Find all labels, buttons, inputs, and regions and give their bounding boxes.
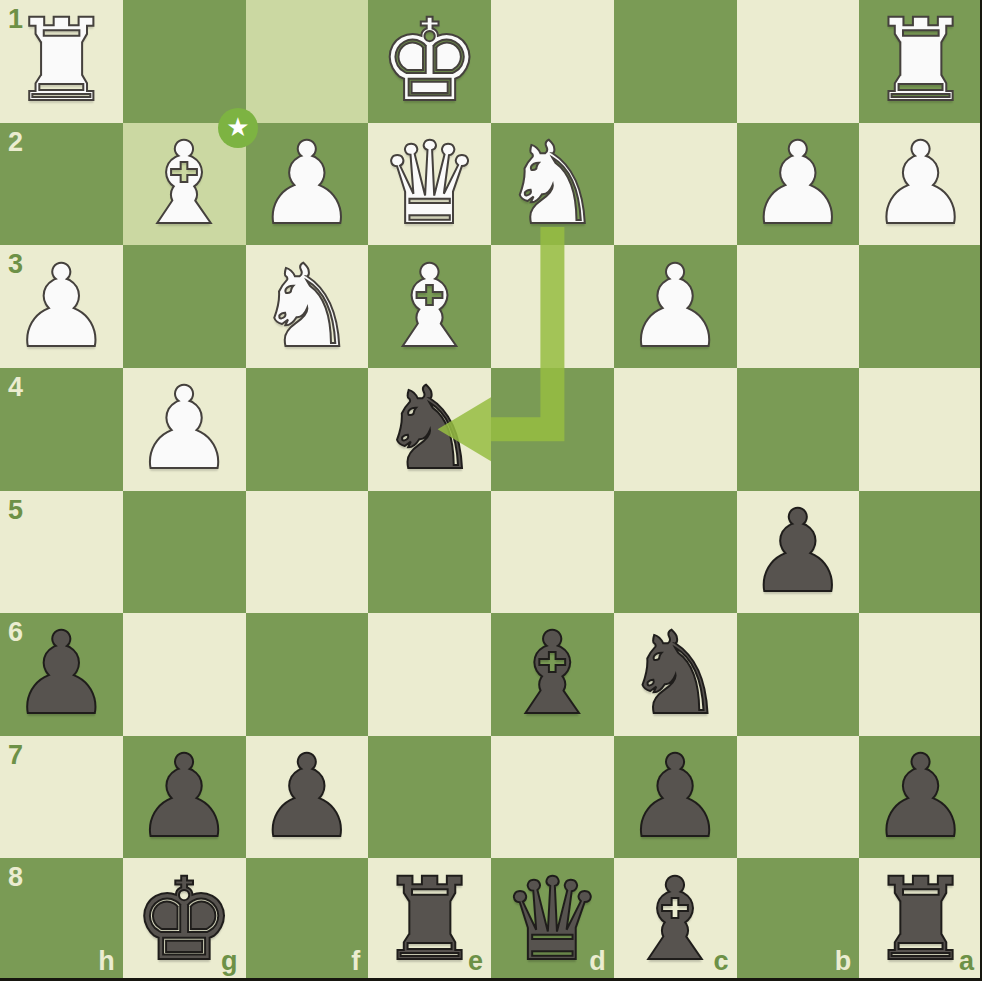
piece-black-bishop[interactable]: ♝: [624, 863, 726, 977]
coord-file-d: d: [589, 948, 606, 975]
square-e1[interactable]: ♚: [368, 0, 491, 123]
square-b8[interactable]: b: [737, 858, 860, 981]
square-c6[interactable]: ♞: [614, 613, 737, 736]
square-c4[interactable]: [614, 368, 737, 491]
square-h2[interactable]: 2: [0, 123, 123, 246]
piece-black-pawn[interactable]: ♟: [870, 740, 972, 854]
square-b5[interactable]: ♟: [737, 491, 860, 614]
square-d1[interactable]: [491, 0, 614, 123]
piece-black-knight[interactable]: ♞: [624, 617, 726, 731]
square-e4[interactable]: ♞: [368, 368, 491, 491]
square-c5[interactable]: [614, 491, 737, 614]
piece-black-pawn[interactable]: ♟: [747, 495, 849, 609]
square-d8[interactable]: d♛: [491, 858, 614, 981]
square-g4[interactable]: ♟: [123, 368, 246, 491]
square-a2[interactable]: ♟: [859, 123, 982, 246]
square-a8[interactable]: a♜: [859, 858, 982, 981]
coord-rank-1: 1: [8, 6, 23, 33]
coord-rank-6: 6: [8, 619, 23, 646]
square-h5[interactable]: 5: [0, 491, 123, 614]
piece-white-rook[interactable]: ♜: [10, 4, 112, 118]
piece-white-pawn[interactable]: ♟: [256, 127, 358, 241]
piece-black-rook[interactable]: ♜: [379, 863, 481, 977]
piece-black-pawn[interactable]: ♟: [10, 617, 112, 731]
square-g5[interactable]: [123, 491, 246, 614]
piece-white-pawn[interactable]: ♟: [133, 372, 235, 486]
piece-black-pawn[interactable]: ♟: [256, 740, 358, 854]
coord-rank-8: 8: [8, 864, 23, 891]
square-f8[interactable]: f: [246, 858, 369, 981]
square-e2[interactable]: ♛: [368, 123, 491, 246]
square-g3[interactable]: [123, 245, 246, 368]
square-c3[interactable]: ♟: [614, 245, 737, 368]
square-d5[interactable]: [491, 491, 614, 614]
piece-white-bishop[interactable]: ♝: [133, 127, 235, 241]
piece-black-queen[interactable]: ♛: [501, 863, 603, 977]
piece-black-knight[interactable]: ♞: [379, 372, 481, 486]
coord-rank-4: 4: [8, 374, 23, 401]
square-h4[interactable]: 4: [0, 368, 123, 491]
square-h3[interactable]: 3♟: [0, 245, 123, 368]
square-b4[interactable]: [737, 368, 860, 491]
square-a7[interactable]: ♟: [859, 736, 982, 859]
square-h6[interactable]: 6♟: [0, 613, 123, 736]
square-e5[interactable]: [368, 491, 491, 614]
coord-rank-3: 3: [8, 251, 23, 278]
square-f1[interactable]: [246, 0, 369, 123]
square-a6[interactable]: [859, 613, 982, 736]
coord-file-f: f: [351, 948, 360, 975]
piece-white-pawn[interactable]: ♟: [624, 250, 726, 364]
square-b6[interactable]: [737, 613, 860, 736]
square-g8[interactable]: g♚: [123, 858, 246, 981]
piece-white-pawn[interactable]: ♟: [10, 250, 112, 364]
square-c7[interactable]: ♟: [614, 736, 737, 859]
star-icon: ★: [226, 114, 249, 140]
piece-white-rook[interactable]: ♜: [870, 4, 972, 118]
square-h8[interactable]: 8h: [0, 858, 123, 981]
coord-file-c: c: [713, 948, 728, 975]
square-a1[interactable]: ♜: [859, 0, 982, 123]
piece-white-pawn[interactable]: ♟: [747, 127, 849, 241]
square-c8[interactable]: c♝: [614, 858, 737, 981]
square-f7[interactable]: ♟: [246, 736, 369, 859]
coord-file-h: h: [98, 948, 115, 975]
square-h1[interactable]: 1♜: [0, 0, 123, 123]
square-g6[interactable]: [123, 613, 246, 736]
square-b7[interactable]: [737, 736, 860, 859]
square-d2[interactable]: ♞: [491, 123, 614, 246]
square-b1[interactable]: [737, 0, 860, 123]
square-e7[interactable]: [368, 736, 491, 859]
square-g7[interactable]: ♟: [123, 736, 246, 859]
piece-white-knight[interactable]: ♞: [256, 250, 358, 364]
coord-rank-5: 5: [8, 497, 23, 524]
coord-file-e: e: [468, 948, 483, 975]
coord-file-g: g: [221, 948, 238, 975]
square-e8[interactable]: e♜: [368, 858, 491, 981]
square-e3[interactable]: ♝: [368, 245, 491, 368]
square-d3[interactable]: [491, 245, 614, 368]
piece-black-pawn[interactable]: ♟: [133, 740, 235, 854]
square-d6[interactable]: ♝: [491, 613, 614, 736]
coord-file-a: a: [959, 948, 974, 975]
piece-black-king[interactable]: ♚: [133, 863, 235, 977]
square-b2[interactable]: ♟: [737, 123, 860, 246]
square-d4[interactable]: [491, 368, 614, 491]
coord-rank-2: 2: [8, 129, 23, 156]
square-a3[interactable]: [859, 245, 982, 368]
square-b3[interactable]: [737, 245, 860, 368]
piece-white-king[interactable]: ♚: [379, 4, 481, 118]
square-d7[interactable]: [491, 736, 614, 859]
square-f2[interactable]: ♟: [246, 123, 369, 246]
piece-black-pawn[interactable]: ♟: [624, 740, 726, 854]
coord-file-b: b: [835, 948, 852, 975]
piece-white-pawn[interactable]: ♟: [870, 127, 972, 241]
square-f6[interactable]: [246, 613, 369, 736]
square-c2[interactable]: [614, 123, 737, 246]
piece-black-bishop[interactable]: ♝: [501, 617, 603, 731]
square-f3[interactable]: ♞: [246, 245, 369, 368]
square-a4[interactable]: [859, 368, 982, 491]
piece-white-queen[interactable]: ♛: [379, 127, 481, 241]
best-move-star-badge: ★: [218, 108, 258, 148]
piece-white-knight[interactable]: ♞: [501, 127, 603, 241]
square-f5[interactable]: [246, 491, 369, 614]
piece-black-rook[interactable]: ♜: [870, 863, 972, 977]
square-c1[interactable]: [614, 0, 737, 123]
square-g1[interactable]: [123, 0, 246, 123]
square-f4[interactable]: [246, 368, 369, 491]
square-e6[interactable]: [368, 613, 491, 736]
chess-board: 1♜♚♜2♝♟♛♞♟♟3♟♞♝♟4♟♞5♟6♟♝♞7♟♟♟♟8hg♚fe♜d♛c…: [0, 0, 982, 981]
piece-white-bishop[interactable]: ♝: [379, 250, 481, 364]
coord-rank-7: 7: [8, 742, 23, 769]
square-a5[interactable]: [859, 491, 982, 614]
square-h7[interactable]: 7: [0, 736, 123, 859]
